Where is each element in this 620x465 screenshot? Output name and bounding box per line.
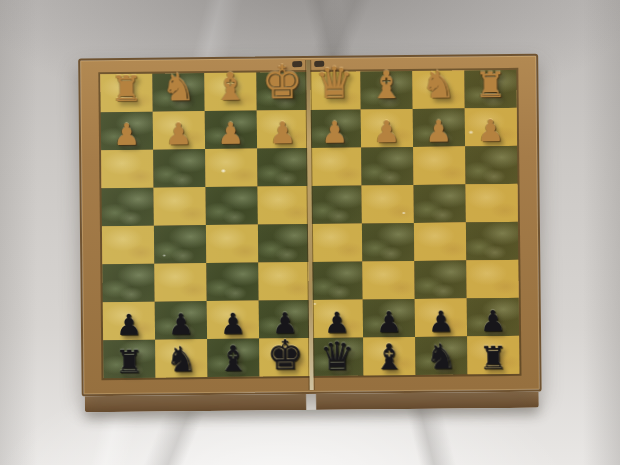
square-g7: ♟ — [155, 301, 207, 340]
white-pawn: ♟ — [269, 118, 296, 148]
white-bishop: ♝ — [369, 66, 403, 104]
black-bishop: ♝ — [373, 340, 405, 375]
square-h8: ♜ — [103, 340, 155, 379]
square-b8: ♞ — [415, 336, 467, 375]
black-knight: ♞ — [165, 342, 197, 377]
white-pawn: ♟ — [113, 120, 140, 150]
square-f1: ♝ — [204, 73, 256, 112]
black-pawn: ♟ — [324, 309, 350, 338]
square-c6 — [362, 261, 414, 300]
white-pawn: ♟ — [165, 119, 192, 149]
white-rook: ♜ — [475, 68, 507, 103]
white-pawn: ♟ — [477, 116, 504, 146]
square-e1: ♚ — [256, 72, 308, 111]
black-pawn: ♟ — [272, 309, 298, 338]
black-pawn: ♟ — [116, 311, 142, 340]
square-h4 — [102, 188, 154, 227]
black-rook: ♜ — [479, 342, 508, 374]
square-d5 — [310, 223, 362, 262]
square-h7: ♟ — [103, 302, 155, 341]
square-a3 — [465, 146, 517, 185]
hinge-icon — [292, 61, 302, 67]
square-e8: ♚ — [259, 338, 311, 377]
square-h3 — [101, 150, 153, 189]
square-d6 — [310, 261, 362, 300]
square-h2: ♟ — [101, 112, 153, 151]
square-c8: ♝ — [363, 337, 415, 376]
white-knight: ♞ — [421, 65, 455, 103]
square-d3 — [309, 147, 361, 186]
square-b4 — [414, 184, 466, 223]
white-pawn: ♟ — [425, 117, 452, 147]
square-f4 — [206, 187, 258, 226]
square-d4 — [310, 185, 362, 224]
square-e6 — [258, 262, 310, 301]
square-d1: ♛ — [308, 71, 360, 110]
square-e2: ♟ — [257, 110, 309, 149]
square-c4 — [362, 185, 414, 224]
square-g4 — [154, 187, 206, 226]
square-a8: ♜ — [467, 336, 519, 375]
white-pawn: ♟ — [373, 117, 400, 147]
hinge-icon — [314, 61, 324, 67]
square-a4 — [465, 184, 517, 223]
square-g6 — [154, 263, 206, 302]
square-g1: ♞ — [152, 73, 204, 112]
square-g2: ♟ — [153, 111, 205, 150]
square-d7: ♟ — [311, 299, 363, 338]
square-a2: ♟ — [465, 108, 517, 147]
square-g5 — [154, 225, 206, 264]
white-rook: ♜ — [111, 72, 143, 107]
chess-board: ♜♞♝♚♛♝♞♜♟♟♟♟♟♟♟♟♟♟♟♟♟♟♟♟♜♞♝♚♛♝♞♜ — [78, 54, 542, 413]
square-f3 — [205, 149, 257, 188]
square-f7: ♟ — [207, 301, 259, 340]
square-f8: ♝ — [207, 339, 259, 378]
square-e4 — [258, 186, 310, 225]
square-e3 — [257, 148, 309, 187]
square-h6 — [102, 264, 154, 303]
square-b5 — [414, 222, 466, 261]
square-c2: ♟ — [361, 109, 413, 148]
square-b7: ♟ — [415, 298, 467, 337]
square-b6 — [414, 260, 466, 299]
black-queen: ♛ — [320, 337, 355, 376]
black-pawn: ♟ — [480, 307, 506, 336]
square-c7: ♟ — [363, 299, 415, 338]
photo-scene: ♜♞♝♚♛♝♞♜♟♟♟♟♟♟♟♟♟♟♟♟♟♟♟♟♜♞♝♚♛♝♞♜ — [0, 0, 620, 465]
square-g8: ♞ — [155, 339, 207, 378]
square-b1: ♞ — [412, 70, 464, 109]
black-knight: ♞ — [425, 339, 457, 374]
square-c1: ♝ — [360, 71, 412, 110]
black-pawn: ♟ — [168, 310, 194, 339]
square-h5 — [102, 226, 154, 265]
black-bishop: ♝ — [217, 342, 249, 377]
square-e5 — [258, 224, 310, 263]
square-a7: ♟ — [467, 298, 519, 337]
square-f2: ♟ — [205, 111, 257, 150]
square-g3 — [153, 149, 205, 188]
square-d2: ♟ — [309, 109, 361, 148]
square-h1: ♜ — [100, 74, 152, 113]
black-rook: ♜ — [115, 346, 144, 378]
square-b2: ♟ — [413, 108, 465, 147]
square-e7: ♟ — [259, 300, 311, 339]
square-d8: ♛ — [311, 337, 363, 376]
square-a6 — [466, 260, 518, 299]
white-pawn: ♟ — [321, 118, 348, 148]
white-pawn: ♟ — [217, 119, 244, 149]
square-a1: ♜ — [464, 70, 516, 109]
black-pawn: ♟ — [376, 308, 402, 337]
white-bishop: ♝ — [213, 68, 247, 106]
square-f5 — [206, 225, 258, 264]
square-c3 — [361, 147, 413, 186]
white-queen: ♛ — [315, 62, 354, 105]
black-pawn: ♟ — [220, 310, 246, 339]
black-king: ♚ — [267, 335, 304, 376]
square-b3 — [413, 146, 465, 185]
square-f6 — [206, 263, 258, 302]
square-a5 — [466, 222, 518, 261]
board-frame: ♜♞♝♚♛♝♞♜♟♟♟♟♟♟♟♟♟♟♟♟♟♟♟♟♜♞♝♚♛♝♞♜ — [78, 54, 542, 397]
square-c5 — [362, 223, 414, 262]
white-knight: ♞ — [161, 68, 195, 106]
black-pawn: ♟ — [428, 307, 454, 336]
